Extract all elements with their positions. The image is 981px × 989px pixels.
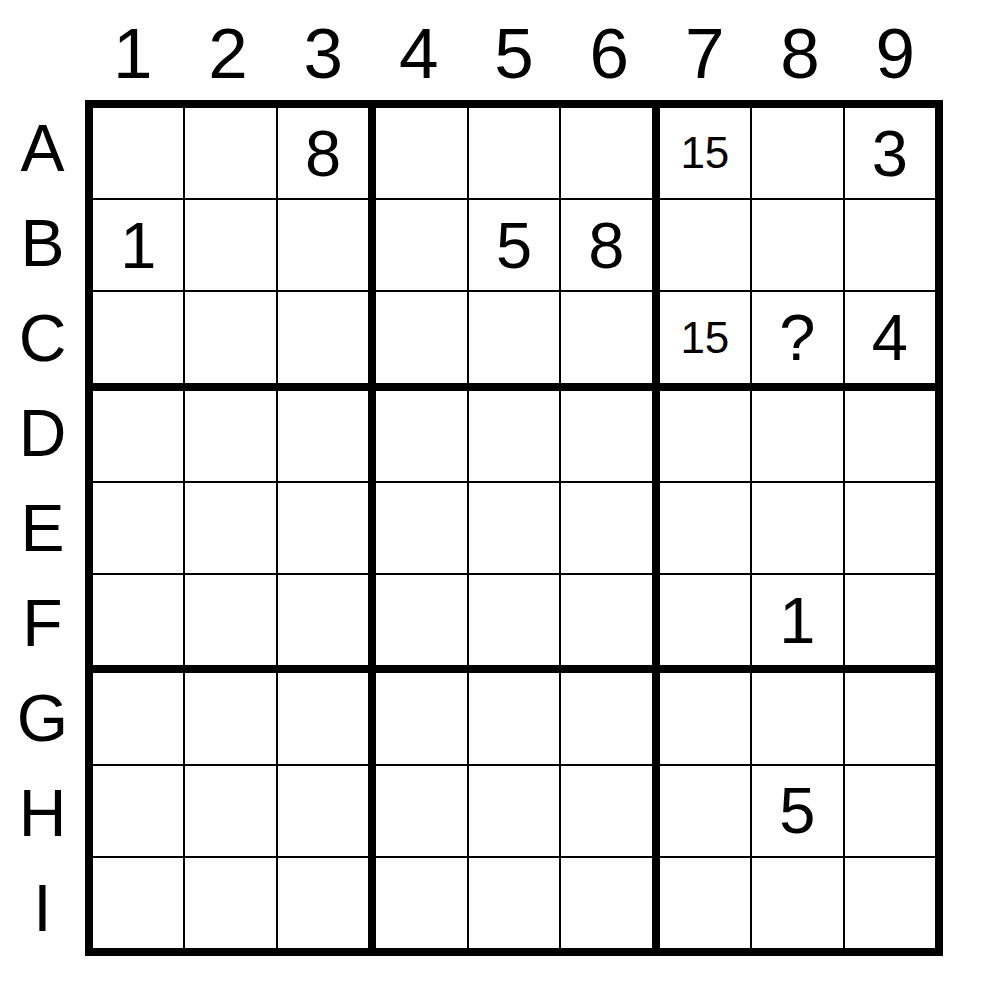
cell-G3[interactable] [278,673,368,763]
cell-C4[interactable] [376,292,466,382]
cell-I3[interactable] [278,858,368,948]
cell-H8[interactable]: 5 [752,766,842,856]
box-2-1 [93,391,368,666]
cell-B2[interactable] [185,200,275,290]
cell-D6[interactable] [561,391,651,481]
cell-H7[interactable] [660,766,750,856]
cell-I2[interactable] [185,858,275,948]
cell-B8[interactable] [752,200,842,290]
cell-G6[interactable] [561,673,651,763]
cell-A6[interactable] [561,108,651,198]
cell-A3[interactable]: 8 [278,108,368,198]
row-label-D: D [0,385,85,480]
cell-E6[interactable] [561,483,651,573]
row-label-F: F [0,576,85,671]
cell-H4[interactable] [376,766,466,856]
cell-C6[interactable] [561,292,651,382]
cell-D8[interactable] [752,391,842,481]
cell-C3[interactable] [278,292,368,382]
cell-E7[interactable] [660,483,750,573]
cell-C9[interactable]: 4 [845,292,935,382]
cell-E1[interactable] [93,483,183,573]
cell-I6[interactable] [561,858,651,948]
cell-I1[interactable] [93,858,183,948]
cell-D1[interactable] [93,391,183,481]
cell-F5[interactable] [469,575,559,665]
cell-E4[interactable] [376,483,466,573]
cell-A2[interactable] [185,108,275,198]
cell-H9[interactable] [845,766,935,856]
cell-D5[interactable] [469,391,559,481]
cell-H6[interactable] [561,766,651,856]
cell-D4[interactable] [376,391,466,481]
row-labels: ABCDEFGHI [0,100,85,956]
cell-E3[interactable] [278,483,368,573]
box-1-3: 15315?4 [660,108,935,383]
cell-H5[interactable] [469,766,559,856]
cell-B9[interactable] [845,200,935,290]
cell-A7[interactable]: 15 [660,108,750,198]
cell-A9[interactable]: 3 [845,108,935,198]
row-label-H: H [0,766,85,861]
row-label-B: B [0,195,85,290]
box-3-2 [376,673,651,948]
column-headers: 123456789 [85,0,943,100]
cell-D2[interactable] [185,391,275,481]
cell-C7[interactable]: 15 [660,292,750,382]
cell-F6[interactable] [561,575,651,665]
col-header-7: 7 [657,0,752,100]
cell-G1[interactable] [93,673,183,763]
row-label-A: A [0,100,85,195]
cell-C8[interactable]: ? [752,292,842,382]
cell-E8[interactable] [752,483,842,573]
cell-C5[interactable] [469,292,559,382]
cell-G9[interactable] [845,673,935,763]
cell-A8[interactable] [752,108,842,198]
col-header-6: 6 [562,0,657,100]
cell-B1[interactable]: 1 [93,200,183,290]
cell-G8[interactable] [752,673,842,763]
cell-I9[interactable] [845,858,935,948]
cell-H3[interactable] [278,766,368,856]
cell-G4[interactable] [376,673,466,763]
col-header-2: 2 [180,0,275,100]
cell-I5[interactable] [469,858,559,948]
cell-H2[interactable] [185,766,275,856]
cell-F4[interactable] [376,575,466,665]
cell-D9[interactable] [845,391,935,481]
row-label-I: I [0,861,85,956]
cell-G2[interactable] [185,673,275,763]
col-header-9: 9 [848,0,943,100]
cell-G5[interactable] [469,673,559,763]
cell-E9[interactable] [845,483,935,573]
cell-C1[interactable] [93,292,183,382]
box-2-3: 1 [660,391,935,666]
col-header-4: 4 [371,0,466,100]
box-2-2 [376,391,651,666]
cell-G7[interactable] [660,673,750,763]
cell-D7[interactable] [660,391,750,481]
cell-B4[interactable] [376,200,466,290]
row-label-C: C [0,290,85,385]
col-header-1: 1 [85,0,180,100]
sudoku-puzzle: 123456789 ABCDEFGHI 815815315?415 [0,0,981,989]
cell-I4[interactable] [376,858,466,948]
row-label-E: E [0,480,85,575]
cell-F7[interactable] [660,575,750,665]
col-header-5: 5 [466,0,561,100]
cell-F8[interactable]: 1 [752,575,842,665]
col-header-3: 3 [276,0,371,100]
cell-A4[interactable] [376,108,466,198]
cell-B7[interactable] [660,200,750,290]
row-label-G: G [0,671,85,766]
box-3-1 [93,673,368,948]
cell-H1[interactable] [93,766,183,856]
cell-F9[interactable] [845,575,935,665]
cell-B3[interactable] [278,200,368,290]
cell-I8[interactable] [752,858,842,948]
cell-C2[interactable] [185,292,275,382]
box-3-3: 5 [660,673,935,948]
cell-I7[interactable] [660,858,750,948]
box-1-2: 58 [376,108,651,383]
cell-A5[interactable] [469,108,559,198]
col-header-8: 8 [752,0,847,100]
box-1-1: 81 [93,108,368,383]
cell-F2[interactable] [185,575,275,665]
cell-A1[interactable] [93,108,183,198]
cell-E2[interactable] [185,483,275,573]
cell-D3[interactable] [278,391,368,481]
cell-F3[interactable] [278,575,368,665]
sudoku-board: 815815315?415 [85,100,943,956]
cell-B6[interactable]: 8 [561,200,651,290]
cell-E5[interactable] [469,483,559,573]
cell-B5[interactable]: 5 [469,200,559,290]
cell-F1[interactable] [93,575,183,665]
